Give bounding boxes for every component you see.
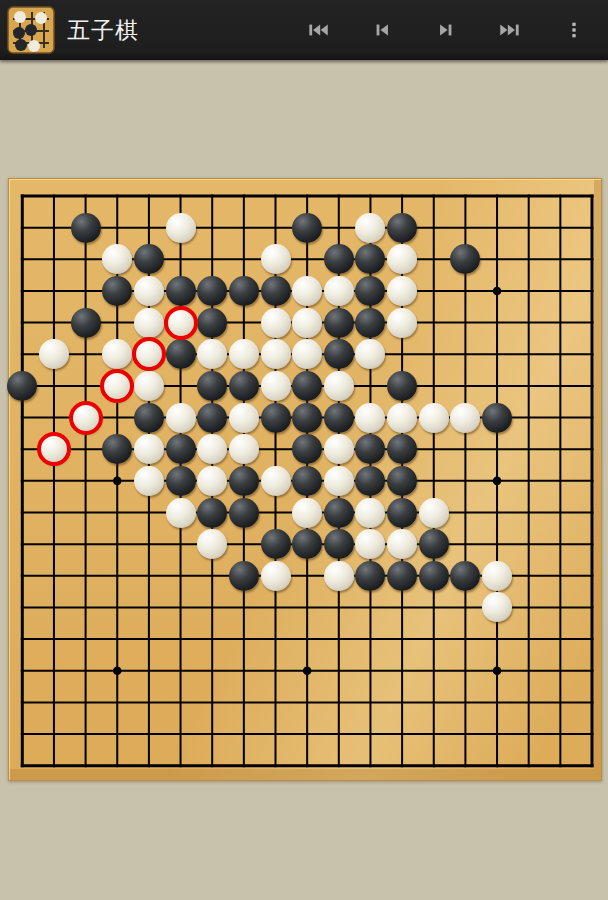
white-stone bbox=[324, 434, 354, 464]
screen: { "app": { "title": "五子棋", "topbar_bg": … bbox=[0, 0, 608, 900]
white-stone bbox=[324, 561, 354, 591]
black-stone bbox=[102, 276, 132, 306]
black-stone bbox=[324, 339, 354, 369]
black-stone bbox=[324, 244, 354, 274]
white-stone bbox=[166, 403, 196, 433]
white-stone bbox=[419, 498, 449, 528]
black-stone bbox=[229, 466, 259, 496]
black-stone bbox=[7, 371, 37, 401]
black-stone bbox=[292, 371, 322, 401]
black-stone bbox=[355, 308, 385, 338]
black-stone bbox=[292, 466, 322, 496]
white-stone bbox=[197, 466, 227, 496]
app-title: 五子棋 bbox=[67, 15, 139, 46]
overflow-menu-button[interactable] bbox=[558, 14, 590, 46]
black-stone bbox=[197, 403, 227, 433]
white-stone bbox=[261, 308, 291, 338]
black-stone bbox=[71, 308, 101, 338]
black-stone bbox=[324, 529, 354, 559]
white-stone bbox=[387, 276, 417, 306]
black-stone bbox=[387, 213, 417, 243]
white-stone bbox=[229, 403, 259, 433]
black-stone bbox=[292, 213, 322, 243]
white-stone bbox=[355, 403, 385, 433]
black-stone bbox=[229, 498, 259, 528]
white-stone bbox=[387, 403, 417, 433]
skip-to-end-button[interactable] bbox=[494, 14, 526, 46]
step-forward-icon bbox=[433, 17, 459, 43]
black-stone bbox=[387, 371, 417, 401]
black-stone bbox=[166, 434, 196, 464]
white-stone bbox=[324, 466, 354, 496]
black-stone bbox=[387, 498, 417, 528]
step-back-button[interactable] bbox=[366, 14, 398, 46]
black-stone bbox=[419, 561, 449, 591]
white-stone bbox=[134, 308, 164, 338]
white-stone bbox=[134, 276, 164, 306]
white-stone bbox=[292, 308, 322, 338]
white-stone bbox=[450, 403, 480, 433]
white-stone bbox=[261, 244, 291, 274]
black-stone bbox=[261, 529, 291, 559]
star-point bbox=[113, 666, 122, 675]
white-stone bbox=[387, 308, 417, 338]
white-stone bbox=[324, 371, 354, 401]
step-forward-button[interactable] bbox=[430, 14, 462, 46]
winning-stone-ring bbox=[100, 369, 134, 403]
black-stone bbox=[166, 339, 196, 369]
white-stone bbox=[324, 276, 354, 306]
winning-stone-ring bbox=[132, 337, 166, 371]
black-stone bbox=[166, 466, 196, 496]
skip-to-end-icon bbox=[497, 17, 523, 43]
black-stone bbox=[229, 371, 259, 401]
black-stone bbox=[229, 561, 259, 591]
black-stone bbox=[324, 403, 354, 433]
white-stone bbox=[292, 276, 322, 306]
black-stone bbox=[419, 529, 449, 559]
black-stone bbox=[292, 403, 322, 433]
black-stone bbox=[482, 403, 512, 433]
overflow-menu-icon bbox=[563, 17, 585, 43]
black-stone bbox=[387, 561, 417, 591]
white-stone bbox=[166, 213, 196, 243]
black-stone bbox=[166, 276, 196, 306]
star-point bbox=[493, 477, 502, 486]
white-stone bbox=[355, 498, 385, 528]
black-stone bbox=[261, 276, 291, 306]
skip-to-start-icon bbox=[305, 17, 331, 43]
star-point bbox=[493, 287, 502, 296]
white-stone bbox=[134, 371, 164, 401]
white-stone bbox=[166, 498, 196, 528]
star-point bbox=[303, 666, 312, 675]
star-point bbox=[113, 477, 122, 486]
white-stone bbox=[261, 466, 291, 496]
toolbar bbox=[302, 14, 608, 46]
white-stone bbox=[261, 339, 291, 369]
white-stone bbox=[355, 213, 385, 243]
black-stone bbox=[134, 244, 164, 274]
black-stone bbox=[197, 308, 227, 338]
winning-stone-ring bbox=[69, 401, 103, 435]
white-stone bbox=[482, 561, 512, 591]
white-stone bbox=[39, 339, 69, 369]
black-stone bbox=[197, 498, 227, 528]
black-stone bbox=[134, 403, 164, 433]
white-stone bbox=[134, 466, 164, 496]
app-icon bbox=[7, 6, 55, 54]
white-stone bbox=[261, 561, 291, 591]
skip-to-start-button[interactable] bbox=[302, 14, 334, 46]
winning-stone-ring bbox=[164, 306, 198, 340]
star-point bbox=[493, 666, 502, 675]
white-stone bbox=[229, 339, 259, 369]
white-stone bbox=[292, 498, 322, 528]
step-back-icon bbox=[369, 17, 395, 43]
black-stone bbox=[71, 213, 101, 243]
black-stone bbox=[324, 308, 354, 338]
black-stone bbox=[450, 561, 480, 591]
black-stone bbox=[387, 466, 417, 496]
white-stone bbox=[134, 434, 164, 464]
white-stone bbox=[261, 371, 291, 401]
black-stone bbox=[197, 276, 227, 306]
top-bar: 五子棋 bbox=[0, 0, 608, 60]
white-stone bbox=[229, 434, 259, 464]
go-board[interactable] bbox=[8, 178, 602, 781]
black-stone bbox=[229, 276, 259, 306]
white-stone bbox=[419, 403, 449, 433]
black-stone bbox=[324, 498, 354, 528]
black-stone bbox=[197, 371, 227, 401]
winning-stone-ring bbox=[37, 432, 71, 466]
black-stone bbox=[261, 403, 291, 433]
